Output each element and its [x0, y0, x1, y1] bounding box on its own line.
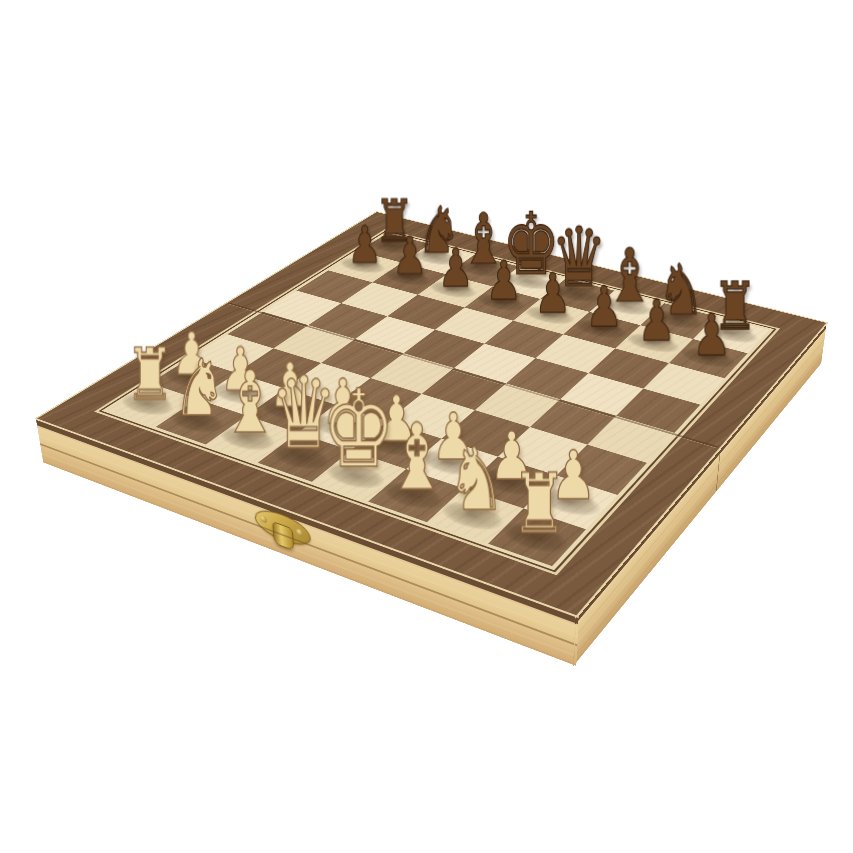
product-photo: ♜♞♝♚♛♝♞♜♟♟♟♟♟♟♟♟♟♟♟♟♟♟♟♟♜♞♝♛♚♝♞♜ [0, 0, 853, 853]
board-frame: ♜♞♝♚♛♝♞♜♟♟♟♟♟♟♟♟♟♟♟♟♟♟♟♟♜♞♝♛♚♝♞♜ [34, 211, 829, 617]
chess-board: ♜♞♝♚♛♝♞♜♟♟♟♟♟♟♟♟♟♟♟♟♟♟♟♟♜♞♝♛♚♝♞♜ [34, 211, 829, 617]
